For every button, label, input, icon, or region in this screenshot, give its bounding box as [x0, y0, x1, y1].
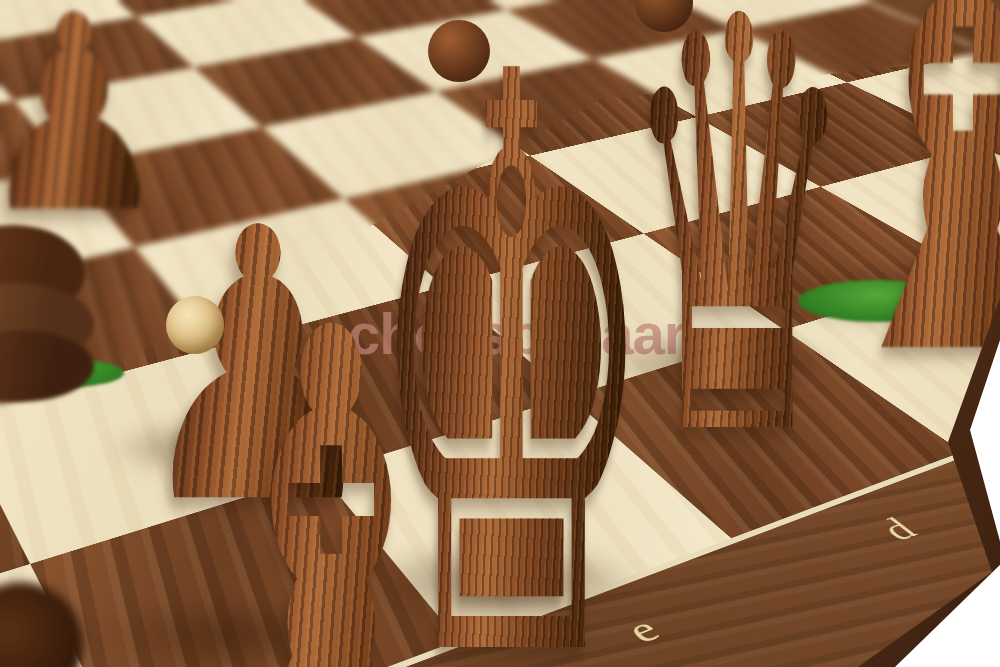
king-ball-finial — [428, 20, 490, 82]
partial-piece-left-edge[interactable] — [0, 225, 100, 395]
bishop-boxwood-ball-finial — [166, 296, 224, 354]
file-label-d: d — [870, 511, 927, 548]
chess-product-photo: hgfedcba chessbazaar ♟ ♟ ♛ ♝ ♚ ♝ — [0, 0, 1000, 667]
